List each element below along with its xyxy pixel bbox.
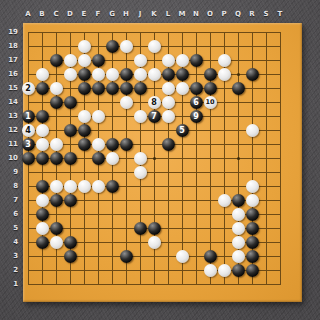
stone-white-A12: 4 bbox=[22, 124, 35, 137]
row-label-15: 15 bbox=[2, 83, 18, 93]
stone-black-D3 bbox=[64, 250, 77, 263]
stone-white-H14 bbox=[120, 96, 133, 109]
move-number-1: 1 bbox=[22, 110, 35, 123]
stone-black-O3 bbox=[204, 250, 217, 263]
stone-black-H16 bbox=[120, 68, 133, 81]
go-board[interactable]: 61795328104 bbox=[23, 23, 302, 302]
stone-black-D7 bbox=[64, 194, 77, 207]
stone-white-K14: 8 bbox=[148, 96, 161, 109]
stone-white-Q6 bbox=[232, 208, 245, 221]
stone-black-M16 bbox=[176, 68, 189, 81]
row-label-5: 5 bbox=[2, 223, 18, 233]
go-diagram: ABCDEFGHJKLMNOPQRST 19181716151413121110… bbox=[0, 0, 320, 320]
row-label-13: 13 bbox=[2, 111, 18, 121]
stone-black-F10 bbox=[92, 152, 105, 165]
stone-black-F17 bbox=[92, 54, 105, 67]
stone-white-P2 bbox=[218, 264, 231, 277]
stone-white-K18 bbox=[148, 40, 161, 53]
stone-white-J16 bbox=[134, 68, 147, 81]
stone-white-K4 bbox=[148, 236, 161, 249]
stone-white-J17 bbox=[134, 54, 147, 67]
stone-black-D10 bbox=[64, 152, 77, 165]
column-label-J: J bbox=[133, 9, 147, 19]
move-number-5: 5 bbox=[176, 124, 189, 137]
stone-white-A15: 2 bbox=[22, 82, 35, 95]
stone-white-L14 bbox=[162, 96, 175, 109]
stone-white-L17 bbox=[162, 54, 175, 67]
stone-black-L16 bbox=[162, 68, 175, 81]
stone-white-F8 bbox=[92, 180, 105, 193]
stone-black-K13: 7 bbox=[148, 110, 161, 123]
row-label-1: 1 bbox=[2, 279, 18, 289]
column-label-E: E bbox=[77, 9, 91, 19]
stone-black-N17 bbox=[190, 54, 203, 67]
stone-black-A10 bbox=[22, 152, 35, 165]
stone-black-C7 bbox=[50, 194, 63, 207]
stone-black-B4 bbox=[36, 236, 49, 249]
row-label-12: 12 bbox=[2, 125, 18, 135]
stone-white-M17 bbox=[176, 54, 189, 67]
column-label-A: A bbox=[21, 9, 35, 19]
stone-black-B10 bbox=[36, 152, 49, 165]
stone-black-Q7 bbox=[232, 194, 245, 207]
move-number-9: 9 bbox=[190, 110, 203, 123]
row-label-14: 14 bbox=[2, 97, 18, 107]
stone-black-B13 bbox=[36, 110, 49, 123]
column-label-L: L bbox=[161, 9, 175, 19]
column-label-N: N bbox=[189, 9, 203, 19]
stone-black-E16 bbox=[78, 68, 91, 81]
stone-white-E18 bbox=[78, 40, 91, 53]
column-label-K: K bbox=[147, 9, 161, 19]
column-label-F: F bbox=[91, 9, 105, 19]
stone-white-J9 bbox=[134, 166, 147, 179]
stone-white-E17 bbox=[78, 54, 91, 67]
stone-white-G10 bbox=[106, 152, 119, 165]
stone-white-C4 bbox=[50, 236, 63, 249]
stone-black-L11 bbox=[162, 138, 175, 151]
move-number-10: 10 bbox=[204, 96, 217, 109]
stone-black-K5 bbox=[148, 222, 161, 235]
column-label-M: M bbox=[175, 9, 189, 19]
stone-white-R12 bbox=[246, 124, 259, 137]
stone-white-P7 bbox=[218, 194, 231, 207]
row-label-6: 6 bbox=[2, 209, 18, 219]
stone-black-E12 bbox=[78, 124, 91, 137]
move-number-3: 3 bbox=[22, 138, 35, 151]
row-label-19: 19 bbox=[2, 27, 18, 37]
stone-black-N13: 9 bbox=[190, 110, 203, 123]
star-point-Q10 bbox=[237, 157, 240, 160]
stone-white-P16 bbox=[218, 68, 231, 81]
stone-white-L13 bbox=[162, 110, 175, 123]
stone-white-Q4 bbox=[232, 236, 245, 249]
stone-black-R6 bbox=[246, 208, 259, 221]
stone-white-B5 bbox=[36, 222, 49, 235]
stone-white-E8 bbox=[78, 180, 91, 193]
stone-black-C10 bbox=[50, 152, 63, 165]
stone-black-G15 bbox=[106, 82, 119, 95]
stone-black-A11: 3 bbox=[22, 138, 35, 151]
stone-white-J10 bbox=[134, 152, 147, 165]
move-number-4: 4 bbox=[22, 124, 35, 137]
stone-black-M12: 5 bbox=[176, 124, 189, 137]
column-label-O: O bbox=[203, 9, 217, 19]
stone-white-B7 bbox=[36, 194, 49, 207]
stone-white-O14: 10 bbox=[204, 96, 217, 109]
stone-black-R4 bbox=[246, 236, 259, 249]
stone-white-H18 bbox=[120, 40, 133, 53]
row-label-11: 11 bbox=[2, 139, 18, 149]
stone-white-G16 bbox=[106, 68, 119, 81]
stone-black-B6 bbox=[36, 208, 49, 221]
stone-black-B8 bbox=[36, 180, 49, 193]
stone-black-N15 bbox=[190, 82, 203, 95]
stone-black-O16 bbox=[204, 68, 217, 81]
row-label-17: 17 bbox=[2, 55, 18, 65]
stone-black-Q15 bbox=[232, 82, 245, 95]
stone-black-H11 bbox=[120, 138, 133, 151]
stone-white-M15 bbox=[176, 82, 189, 95]
stone-black-F15 bbox=[92, 82, 105, 95]
stone-white-K16 bbox=[148, 68, 161, 81]
stone-white-Q3 bbox=[232, 250, 245, 263]
star-point-Q16 bbox=[237, 73, 240, 76]
stone-black-C5 bbox=[50, 222, 63, 235]
stone-black-J15 bbox=[134, 82, 147, 95]
stone-white-P17 bbox=[218, 54, 231, 67]
stone-white-J13 bbox=[134, 110, 147, 123]
row-label-7: 7 bbox=[2, 195, 18, 205]
stone-black-B15 bbox=[36, 82, 49, 95]
row-label-10: 10 bbox=[2, 153, 18, 163]
stone-black-D14 bbox=[64, 96, 77, 109]
stone-white-F16 bbox=[92, 68, 105, 81]
row-label-4: 4 bbox=[2, 237, 18, 247]
stone-black-R3 bbox=[246, 250, 259, 263]
stone-black-G11 bbox=[106, 138, 119, 151]
stone-black-D4 bbox=[64, 236, 77, 249]
stone-black-C14 bbox=[50, 96, 63, 109]
row-label-18: 18 bbox=[2, 41, 18, 51]
stone-black-A13: 1 bbox=[22, 110, 35, 123]
stone-white-E13 bbox=[78, 110, 91, 123]
move-number-6: 6 bbox=[190, 96, 203, 109]
column-label-Q: Q bbox=[231, 9, 245, 19]
stone-black-Q2 bbox=[232, 264, 245, 277]
move-number-8: 8 bbox=[148, 96, 161, 109]
stone-black-H15 bbox=[120, 82, 133, 95]
stone-white-F13 bbox=[92, 110, 105, 123]
stone-white-C11 bbox=[50, 138, 63, 151]
stone-white-M3 bbox=[176, 250, 189, 263]
stone-black-H3 bbox=[120, 250, 133, 263]
star-point-K10 bbox=[153, 157, 156, 160]
stone-black-C17 bbox=[50, 54, 63, 67]
stone-black-N14: 6 bbox=[190, 96, 203, 109]
column-label-G: G bbox=[105, 9, 119, 19]
stone-white-R8 bbox=[246, 180, 259, 193]
column-label-D: D bbox=[63, 9, 77, 19]
stone-white-O2 bbox=[204, 264, 217, 277]
stone-black-E11 bbox=[78, 138, 91, 151]
stone-white-B16 bbox=[36, 68, 49, 81]
column-label-S: S bbox=[259, 9, 273, 19]
stone-white-F11 bbox=[92, 138, 105, 151]
stone-white-B11 bbox=[36, 138, 49, 151]
stone-black-O15 bbox=[204, 82, 217, 95]
board-grid[interactable]: 61795328104 bbox=[28, 32, 281, 285]
column-label-P: P bbox=[217, 9, 231, 19]
stone-black-J5 bbox=[134, 222, 147, 235]
stone-black-R2 bbox=[246, 264, 259, 277]
stone-white-C15 bbox=[50, 82, 63, 95]
column-label-R: R bbox=[245, 9, 259, 19]
row-label-8: 8 bbox=[2, 181, 18, 191]
stone-white-Q5 bbox=[232, 222, 245, 235]
column-label-C: C bbox=[49, 9, 63, 19]
row-label-9: 9 bbox=[2, 167, 18, 177]
stone-black-R5 bbox=[246, 222, 259, 235]
stone-black-D12 bbox=[64, 124, 77, 137]
stone-white-D16 bbox=[64, 68, 77, 81]
stone-white-D8 bbox=[64, 180, 77, 193]
row-label-16: 16 bbox=[2, 69, 18, 79]
column-label-H: H bbox=[119, 9, 133, 19]
stone-black-R16 bbox=[246, 68, 259, 81]
row-label-2: 2 bbox=[2, 265, 18, 275]
stone-white-L15 bbox=[162, 82, 175, 95]
column-label-B: B bbox=[35, 9, 49, 19]
stone-white-R7 bbox=[246, 194, 259, 207]
move-number-2: 2 bbox=[22, 82, 35, 95]
stone-black-G8 bbox=[106, 180, 119, 193]
row-label-3: 3 bbox=[2, 251, 18, 261]
column-label-T: T bbox=[273, 9, 287, 19]
move-number-7: 7 bbox=[148, 110, 161, 123]
stone-black-G18 bbox=[106, 40, 119, 53]
stone-black-E15 bbox=[78, 82, 91, 95]
stone-white-D17 bbox=[64, 54, 77, 67]
stone-white-C8 bbox=[50, 180, 63, 193]
stone-white-B12 bbox=[36, 124, 49, 137]
